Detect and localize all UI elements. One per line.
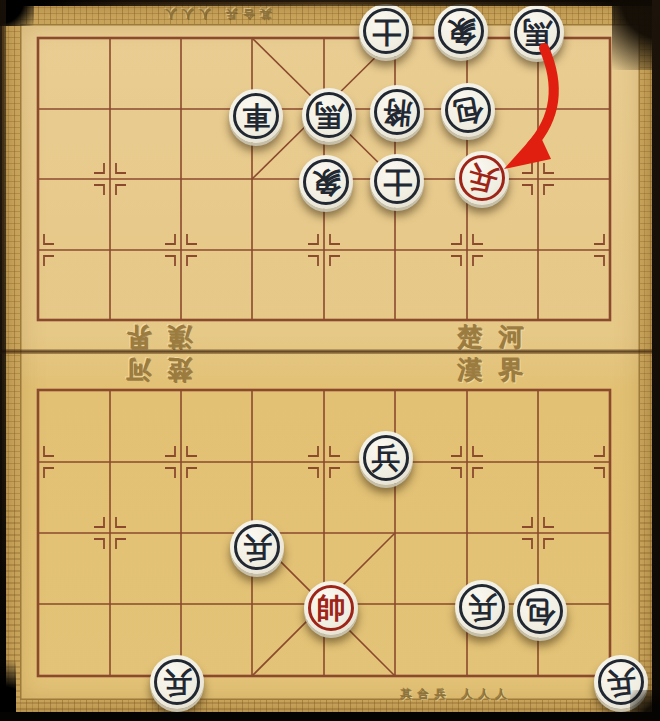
piece-black-i1[interactable]: 兵 xyxy=(594,655,648,709)
piece-glyph: 兵 xyxy=(464,160,500,196)
border-engraving-top: 其合兵 人人人 xyxy=(130,6,300,21)
piece-black-f9[interactable]: 將 xyxy=(370,85,424,139)
piece-black-d3[interactable]: 兵 xyxy=(230,520,284,574)
piece-glyph: 包 xyxy=(451,93,485,127)
piece-black-g2[interactable]: 兵 xyxy=(455,580,509,634)
river-label-bottom-left: 楚河 xyxy=(110,357,192,382)
piece-glyph: 士 xyxy=(372,17,401,46)
board-fold-line xyxy=(0,349,660,354)
piece-glyph: 象 xyxy=(447,17,476,46)
piece-glyph: 兵 xyxy=(468,593,497,622)
piece-red-g8[interactable]: 兵 xyxy=(455,151,509,205)
piece-black-f4[interactable]: 兵 xyxy=(359,431,413,485)
river-label-top-left: 漢界 xyxy=(110,324,192,349)
piece-black-f8[interactable]: 士 xyxy=(370,154,424,208)
piece-glyph: 包 xyxy=(526,597,555,626)
river-label-bottom-right: 漢界 xyxy=(458,358,540,383)
river-label-top-right: 楚河 xyxy=(458,325,540,350)
piece-glyph: 兵 xyxy=(605,666,636,697)
piece-black-h2[interactable]: 包 xyxy=(513,584,567,638)
piece-glyph: 將 xyxy=(381,96,412,127)
piece-black-c1[interactable]: 兵 xyxy=(150,655,204,709)
piece-glyph: 馬 xyxy=(523,18,552,47)
xiangqi-board-photo: 漢界 楚河 楚河 漢界 其合兵 人人人 其合兵 人人人 士象馬車馬將包象士兵兵兵… xyxy=(0,0,660,721)
piece-glyph: 兵 xyxy=(163,668,192,697)
piece-glyph: 馬 xyxy=(315,101,344,130)
piece-glyph: 士 xyxy=(383,167,412,196)
piece-black-h10[interactable]: 馬 xyxy=(510,5,564,59)
piece-glyph: 象 xyxy=(312,168,341,197)
piece-black-g10[interactable]: 象 xyxy=(434,4,488,58)
piece-glyph: 兵 xyxy=(372,444,401,473)
piece-glyph: 帥 xyxy=(317,594,346,623)
piece-black-d9[interactable]: 車 xyxy=(229,89,283,143)
border-engraving-bottom: 其合兵 人人人 xyxy=(372,687,542,702)
piece-red-e2[interactable]: 帥 xyxy=(304,581,358,635)
piece-black-f10[interactable]: 士 xyxy=(359,4,413,58)
piece-black-g9[interactable]: 包 xyxy=(441,83,495,137)
piece-glyph: 車 xyxy=(242,102,271,131)
piece-black-e9[interactable]: 馬 xyxy=(302,88,356,142)
piece-black-e8[interactable]: 象 xyxy=(299,155,353,209)
piece-glyph: 兵 xyxy=(243,533,272,562)
